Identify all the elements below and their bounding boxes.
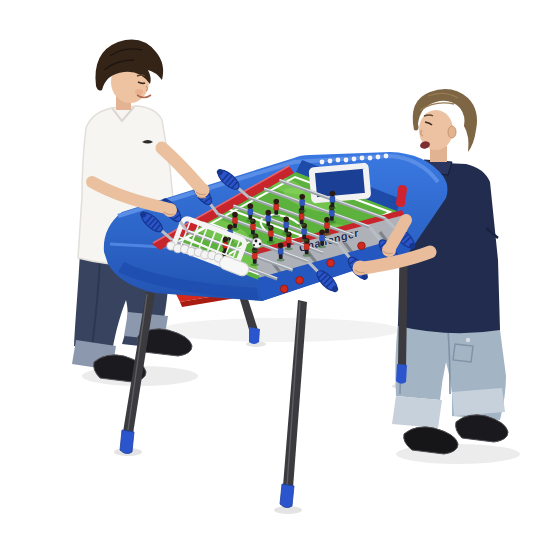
ball — [252, 238, 262, 248]
right-boy-hand — [382, 243, 396, 257]
right-boy-jeans-cuff — [452, 388, 505, 416]
leg-foot — [280, 484, 294, 508]
rod-end-cap — [358, 242, 366, 250]
rod-end-cap — [296, 276, 304, 284]
right-boy-jeans-cuff — [392, 396, 442, 428]
leg-foot — [249, 327, 260, 344]
photo-scene: Challenger — [0, 0, 555, 555]
left-boy-cheek — [135, 89, 143, 95]
left-boy-hand — [195, 183, 210, 198]
scene-svg: Challenger — [0, 0, 555, 555]
right-boy-hand — [353, 261, 368, 276]
right-boy — [392, 89, 508, 454]
rod-end-cap — [280, 285, 288, 293]
right-boy-shoe — [404, 427, 458, 454]
rod-end-cap — [327, 259, 335, 267]
jeans-button — [466, 338, 470, 342]
leg-foot — [396, 364, 407, 384]
right-boy-ear — [448, 126, 456, 138]
table-shadow — [160, 318, 400, 342]
leg-foot — [120, 430, 134, 454]
